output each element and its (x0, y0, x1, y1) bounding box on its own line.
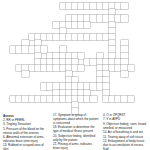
clue-item: 12. Enlargement of body tissue due to ac… (103, 140, 149, 150)
clue-item: 18. Evaluation to determine the type of … (53, 126, 99, 134)
clue-column-down: 4. O in OPQRST7. V in AVPU9. Objective f… (103, 114, 149, 150)
down-clues: 4. O in OPQRST7. V in AVPU9. Objective f… (103, 114, 149, 150)
clue-item: 21. Flexing of arms, indicates brain inj… (53, 143, 99, 150)
crossword-page: Across 2. RR or PERRL3. Tingling Sensati… (0, 0, 150, 150)
crossword-board (10, 3, 134, 114)
across-clues-first: 2. RR or PERRL3. Tingling Sensation5. Pr… (3, 119, 49, 150)
across-clues-second: 17. Symptom or group of symptoms about w… (53, 114, 99, 150)
clue-item: 13. Rubbed or scraped area of skin (3, 144, 49, 150)
clue-area: Across 2. RR or PERRL3. Tingling Sensati… (3, 114, 149, 150)
clue-item: 17. Symptom or group of symptoms about w… (53, 114, 99, 126)
clue-column-across-1: Across 2. RR or PERRL3. Tingling Sensati… (3, 114, 49, 150)
clue-column-across-2: 17. Symptom or group of symptoms about w… (53, 114, 99, 150)
